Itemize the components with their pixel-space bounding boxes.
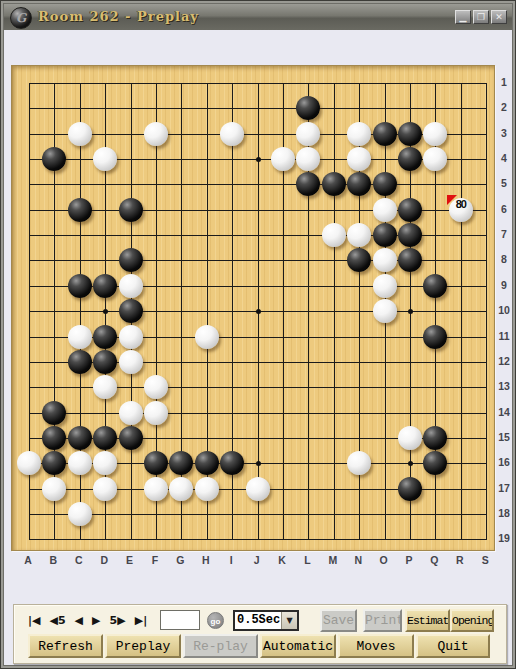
row-label: 10: [496, 304, 512, 316]
black-stone: [423, 325, 447, 349]
chevron-down-icon[interactable]: ▼: [281, 612, 297, 629]
black-stone: [296, 96, 320, 120]
last-move-marker-icon: [447, 195, 457, 205]
app-logo-icon: G: [10, 7, 32, 29]
row-label: 6: [496, 203, 512, 215]
black-stone: [398, 122, 422, 146]
opening-button[interactable]: Opening: [450, 609, 494, 632]
black-stone: [68, 426, 92, 450]
white-stone: [144, 477, 168, 501]
black-stone: [398, 147, 422, 171]
row-label: 14: [496, 406, 512, 418]
black-stone: [93, 350, 117, 374]
black-stone: [347, 172, 371, 196]
column-label: I: [222, 554, 240, 566]
white-stone: [17, 451, 41, 475]
move-navigation: |◀ ◀5 ◀ ▶ 5▶ ▶|: [28, 614, 147, 627]
black-stone: [423, 451, 447, 475]
print-button[interactable]: Print: [363, 609, 402, 632]
white-stone: [119, 401, 143, 425]
white-stone: [144, 375, 168, 399]
delay-select[interactable]: 0.5Sec ▼: [233, 610, 299, 631]
estimate-button[interactable]: Estimate: [405, 609, 450, 632]
black-stone: [119, 248, 143, 272]
close-button[interactable]: ✕: [491, 10, 507, 24]
row-label: 4: [496, 152, 512, 164]
white-stone: [144, 122, 168, 146]
black-stone: [68, 198, 92, 222]
column-label: S: [476, 554, 494, 566]
column-label: G: [171, 554, 189, 566]
black-stone: [169, 451, 193, 475]
white-stone: [169, 477, 193, 501]
last-move-stone: 80: [449, 198, 473, 222]
white-stone: [195, 325, 219, 349]
row-label: 5: [496, 177, 512, 189]
column-label: D: [95, 554, 113, 566]
column-label: P: [400, 554, 418, 566]
forward-5-button[interactable]: 5▶: [110, 614, 126, 627]
white-stone: [68, 502, 92, 526]
column-label: N: [349, 554, 367, 566]
black-stone: [398, 198, 422, 222]
white-stone: [68, 451, 92, 475]
row-label: 17: [496, 482, 512, 494]
row-label: 1: [496, 76, 512, 88]
black-stone: [42, 426, 66, 450]
star-point: [256, 157, 261, 162]
white-stone: [144, 401, 168, 425]
white-stone: [220, 122, 244, 146]
black-stone: [68, 350, 92, 374]
white-stone: [119, 350, 143, 374]
grid-line: [29, 413, 487, 414]
forward-1-button[interactable]: ▶: [92, 614, 100, 627]
grid-line: [29, 514, 487, 515]
white-stone: [93, 147, 117, 171]
star-point: [408, 309, 413, 314]
black-stone: [220, 451, 244, 475]
last-move-button[interactable]: ▶|: [135, 614, 147, 627]
column-label: C: [70, 554, 88, 566]
row-label: 16: [496, 456, 512, 468]
white-stone: [373, 248, 397, 272]
white-stone: [373, 198, 397, 222]
automatic-button[interactable]: Automatic: [260, 634, 336, 658]
star-point: [256, 461, 261, 466]
white-stone: [246, 477, 270, 501]
white-stone: [423, 147, 447, 171]
column-label: B: [44, 554, 62, 566]
white-stone: [93, 451, 117, 475]
row-label: 18: [496, 507, 512, 519]
column-label: E: [121, 554, 139, 566]
column-label: K: [273, 554, 291, 566]
toolbar: |◀ ◀5 ◀ ▶ 5▶ ▶| go 0.5Sec ▼ Save Print E…: [13, 604, 507, 664]
grid-line: [486, 83, 487, 540]
column-label: A: [19, 554, 37, 566]
first-move-button[interactable]: |◀: [28, 614, 40, 627]
black-stone: [423, 274, 447, 298]
row-label: 2: [496, 101, 512, 113]
app-window: G Room 262 - Preplay ▁ ❐ ✕ 80 ABCDEFGHIJ…: [0, 0, 516, 669]
row-label: 9: [496, 279, 512, 291]
black-stone: [68, 274, 92, 298]
black-stone: [119, 299, 143, 323]
column-label: O: [375, 554, 393, 566]
back-5-button[interactable]: ◀5: [49, 614, 65, 627]
grid-line: [334, 83, 335, 540]
black-stone: [42, 147, 66, 171]
row-label: 15: [496, 431, 512, 443]
replay-button[interactable]: Re-play: [183, 634, 258, 658]
client-area: 80 ABCDEFGHIJKLMNOPQRS 12345678910111213…: [4, 30, 512, 665]
row-label: 7: [496, 228, 512, 240]
black-stone: [93, 325, 117, 349]
quit-button[interactable]: Quit: [416, 634, 490, 658]
white-stone: [195, 477, 219, 501]
save-button[interactable]: Save: [320, 609, 357, 632]
minimize-button[interactable]: ▁: [455, 10, 471, 24]
white-stone: [398, 426, 422, 450]
white-stone: [423, 122, 447, 146]
column-label: J: [248, 554, 266, 566]
go-board[interactable]: 80: [11, 65, 495, 551]
black-stone: [93, 274, 117, 298]
white-stone: [296, 147, 320, 171]
black-stone: [398, 223, 422, 247]
black-stone: [347, 248, 371, 272]
black-stone: [119, 198, 143, 222]
white-stone: [347, 223, 371, 247]
black-stone: [93, 426, 117, 450]
black-stone: [398, 477, 422, 501]
white-stone: [68, 122, 92, 146]
row-label: 19: [496, 532, 512, 544]
star-point: [103, 309, 108, 314]
black-stone: [296, 172, 320, 196]
column-label: R: [451, 554, 469, 566]
black-stone: [373, 122, 397, 146]
preplay-button[interactable]: Preplay: [105, 634, 181, 658]
star-point: [256, 309, 261, 314]
black-stone: [322, 172, 346, 196]
move-number-input[interactable]: [160, 610, 200, 630]
column-label: L: [298, 554, 316, 566]
row-label: 8: [496, 253, 512, 265]
column-label: H: [197, 554, 215, 566]
column-label: M: [324, 554, 342, 566]
black-stone: [42, 451, 66, 475]
row-label: 11: [496, 330, 512, 342]
moves-button[interactable]: Moves: [338, 634, 414, 658]
white-stone: [119, 274, 143, 298]
row-label: 12: [496, 355, 512, 367]
white-stone: [271, 147, 295, 171]
row-label: 3: [496, 127, 512, 139]
maximize-button[interactable]: ❐: [473, 10, 489, 24]
white-stone: [296, 122, 320, 146]
grid-line: [29, 539, 487, 540]
black-stone: [373, 223, 397, 247]
column-label: F: [146, 554, 164, 566]
white-stone: [373, 299, 397, 323]
black-stone: [42, 401, 66, 425]
window-title: Room 262 - Preplay: [38, 9, 199, 24]
white-stone: [347, 451, 371, 475]
white-stone: [119, 325, 143, 349]
title-bar[interactable]: G Room 262 - Preplay ▁ ❐ ✕: [4, 4, 512, 31]
white-stone: [93, 375, 117, 399]
white-stone: [347, 147, 371, 171]
black-stone: [398, 248, 422, 272]
grid-line: [461, 83, 462, 540]
go-button[interactable]: go: [207, 612, 224, 629]
white-stone: [93, 477, 117, 501]
black-stone: [423, 426, 447, 450]
back-1-button[interactable]: ◀: [75, 614, 83, 627]
white-stone: [42, 477, 66, 501]
black-stone: [144, 451, 168, 475]
white-stone: [322, 223, 346, 247]
white-stone: [347, 122, 371, 146]
star-point: [408, 461, 413, 466]
black-stone: [373, 172, 397, 196]
white-stone: [68, 325, 92, 349]
window-controls: ▁ ❐ ✕: [455, 10, 507, 24]
column-label: Q: [425, 554, 443, 566]
white-stone: [373, 274, 397, 298]
black-stone: [195, 451, 219, 475]
black-stone: [119, 426, 143, 450]
refresh-button[interactable]: Refresh: [28, 634, 103, 658]
row-label: 13: [496, 380, 512, 392]
